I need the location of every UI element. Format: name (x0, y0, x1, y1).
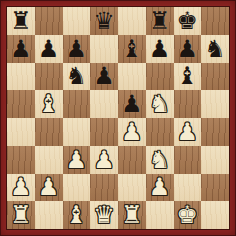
square-b1[interactable] (35, 201, 63, 229)
white-pawn[interactable]: ♟ (66, 148, 88, 172)
square-f8[interactable]: ♜ (146, 7, 174, 35)
white-bishop[interactable]: ♝ (66, 203, 88, 227)
square-d8[interactable]: ♛ (90, 7, 118, 35)
white-king[interactable]: ♚ (177, 203, 199, 227)
board-frame: ♜♛♜♚♟♟♟♝♟♟♞♞♟♝♝♟♞♟♟♟♟♞♟♟♟♜♝♛♜♚ (0, 0, 236, 236)
square-f2[interactable]: ♟ (146, 174, 174, 202)
square-h3[interactable] (201, 146, 229, 174)
black-knight[interactable]: ♞ (66, 64, 88, 88)
square-b5[interactable]: ♝ (35, 90, 63, 118)
black-pawn[interactable]: ♟ (149, 37, 171, 61)
square-c1[interactable]: ♝ (63, 201, 91, 229)
square-g1[interactable]: ♚ (174, 201, 202, 229)
chess-board: ♜♛♜♚♟♟♟♝♟♟♞♞♟♝♝♟♞♟♟♟♟♞♟♟♟♜♝♛♜♚ (6, 6, 230, 230)
square-f3[interactable]: ♞ (146, 146, 174, 174)
square-h4[interactable] (201, 118, 229, 146)
white-queen[interactable]: ♛ (93, 203, 115, 227)
square-f5[interactable]: ♞ (146, 90, 174, 118)
square-g6[interactable]: ♝ (174, 63, 202, 91)
black-pawn[interactable]: ♟ (121, 92, 143, 116)
square-h8[interactable] (201, 7, 229, 35)
white-knight[interactable]: ♞ (149, 148, 171, 172)
square-b7[interactable]: ♟ (35, 35, 63, 63)
square-g2[interactable] (174, 174, 202, 202)
black-pawn[interactable]: ♟ (177, 37, 199, 61)
square-c7[interactable]: ♟ (63, 35, 91, 63)
black-queen[interactable]: ♛ (93, 9, 115, 33)
square-e1[interactable]: ♜ (118, 201, 146, 229)
square-d5[interactable] (90, 90, 118, 118)
black-pawn[interactable]: ♟ (93, 64, 115, 88)
square-d3[interactable]: ♟ (90, 146, 118, 174)
white-pawn[interactable]: ♟ (38, 175, 60, 199)
square-e6[interactable] (118, 63, 146, 91)
square-b4[interactable] (35, 118, 63, 146)
square-h1[interactable] (201, 201, 229, 229)
square-a5[interactable] (7, 90, 35, 118)
black-rook[interactable]: ♜ (149, 9, 171, 33)
square-f6[interactable] (146, 63, 174, 91)
square-e7[interactable]: ♝ (118, 35, 146, 63)
square-e5[interactable]: ♟ (118, 90, 146, 118)
square-d1[interactable]: ♛ (90, 201, 118, 229)
black-bishop[interactable]: ♝ (177, 64, 199, 88)
black-bishop[interactable]: ♝ (121, 37, 143, 61)
black-pawn[interactable]: ♟ (10, 37, 32, 61)
white-pawn[interactable]: ♟ (149, 175, 171, 199)
square-b3[interactable] (35, 146, 63, 174)
square-c8[interactable] (63, 7, 91, 35)
square-e3[interactable] (118, 146, 146, 174)
square-a2[interactable]: ♟ (7, 174, 35, 202)
square-c3[interactable]: ♟ (63, 146, 91, 174)
square-c5[interactable] (63, 90, 91, 118)
square-h2[interactable] (201, 174, 229, 202)
square-f4[interactable] (146, 118, 174, 146)
black-pawn[interactable]: ♟ (66, 37, 88, 61)
square-c4[interactable] (63, 118, 91, 146)
white-rook[interactable]: ♜ (10, 203, 32, 227)
white-pawn[interactable]: ♟ (121, 120, 143, 144)
square-d2[interactable] (90, 174, 118, 202)
square-g3[interactable] (174, 146, 202, 174)
square-c2[interactable] (63, 174, 91, 202)
square-a3[interactable] (7, 146, 35, 174)
white-pawn[interactable]: ♟ (177, 120, 199, 144)
square-f1[interactable] (146, 201, 174, 229)
square-b2[interactable]: ♟ (35, 174, 63, 202)
square-a6[interactable] (7, 63, 35, 91)
square-h6[interactable] (201, 63, 229, 91)
square-a7[interactable]: ♟ (7, 35, 35, 63)
square-g8[interactable]: ♚ (174, 7, 202, 35)
square-h5[interactable] (201, 90, 229, 118)
square-h7[interactable]: ♞ (201, 35, 229, 63)
square-g5[interactable] (174, 90, 202, 118)
white-pawn[interactable]: ♟ (10, 175, 32, 199)
square-c6[interactable]: ♞ (63, 63, 91, 91)
square-g7[interactable]: ♟ (174, 35, 202, 63)
black-rook[interactable]: ♜ (10, 9, 32, 33)
square-d7[interactable] (90, 35, 118, 63)
white-pawn[interactable]: ♟ (93, 148, 115, 172)
square-a4[interactable] (7, 118, 35, 146)
white-knight[interactable]: ♞ (149, 92, 171, 116)
black-knight[interactable]: ♞ (204, 37, 226, 61)
white-bishop[interactable]: ♝ (38, 92, 60, 116)
square-b8[interactable] (35, 7, 63, 35)
square-e4[interactable]: ♟ (118, 118, 146, 146)
square-b6[interactable] (35, 63, 63, 91)
square-d4[interactable] (90, 118, 118, 146)
square-a1[interactable]: ♜ (7, 201, 35, 229)
white-rook[interactable]: ♜ (121, 203, 143, 227)
square-f7[interactable]: ♟ (146, 35, 174, 63)
square-a8[interactable]: ♜ (7, 7, 35, 35)
black-pawn[interactable]: ♟ (38, 37, 60, 61)
square-g4[interactable]: ♟ (174, 118, 202, 146)
square-d6[interactable]: ♟ (90, 63, 118, 91)
black-king[interactable]: ♚ (177, 9, 199, 33)
square-e8[interactable] (118, 7, 146, 35)
square-e2[interactable] (118, 174, 146, 202)
